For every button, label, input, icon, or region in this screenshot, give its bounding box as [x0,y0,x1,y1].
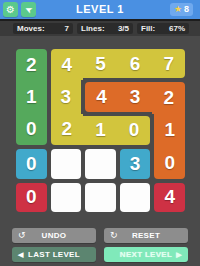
cell-r4c2[interactable] [49,147,84,180]
cell-r1c1[interactable]: 2 [14,47,49,80]
cell-r4c3[interactable] [83,147,118,180]
undo-button[interactable]: ↺ UNDO [12,228,96,243]
cell-value: 4 [85,82,118,111]
left-arrow-icon: ◀ [18,251,24,258]
lines-label: Lines: [81,24,105,33]
undo-label: UNDO [42,231,67,240]
stars-badge: ★ 8 [170,3,193,16]
last-level-label: LAST LEVEL [28,250,80,259]
cell-value: 0 [16,114,47,145]
cell-r2c1[interactable]: 1 [14,80,49,113]
cell-r1c5[interactable]: 7 [152,47,187,80]
cell-r5c4[interactable] [118,181,153,214]
lines-stat: Lines: 3/5 [77,23,133,34]
fill-label: Fill: [141,24,155,33]
fill-stat: Fill: 67% [137,23,189,34]
cell-value: 3 [120,149,151,178]
cell-value: 2 [16,49,47,80]
cell-value: 1 [154,114,185,147]
cell-value: 4 [51,49,84,80]
cell-value: 0 [118,116,151,145]
cell-value: 1 [16,80,47,113]
cell-value: 1 [83,116,118,145]
next-level-label: NEXT LEVEL [120,250,172,259]
header-bar: ⚙ ➤ LEVEL 1 ★ 8 [0,0,200,19]
cell-r3c1[interactable]: 0 [14,114,49,147]
undo-icon: ↺ [18,231,26,240]
cell-value: 3 [118,82,153,111]
cell-value: 6 [118,49,153,78]
cell-r5c2[interactable] [49,181,84,214]
cell-r4c4[interactable]: 3 [118,147,153,180]
cell-value [85,183,116,212]
reset-icon: ↻ [110,231,118,240]
star-icon: ★ [174,5,182,14]
cell-value: 5 [83,49,118,78]
cell-r2c3[interactable]: 4 [83,80,118,113]
stats-bar: Moves: 7 Lines: 3/5 Fill: 67% [0,19,200,36]
cell-r5c3[interactable] [83,181,118,214]
lines-value: 3/5 [118,24,129,33]
cell-value: 2 [51,114,84,145]
cell-value: 0 [16,183,47,212]
cell-value [51,149,82,178]
cell-value: 7 [152,49,185,78]
moves-label: Moves: [17,24,45,33]
cell-r3c2[interactable]: 2 [49,114,84,147]
cell-value [120,183,151,212]
moves-stat: Moves: 7 [13,23,73,34]
cell-value: 0 [154,147,185,178]
cell-value: 2 [152,82,185,113]
moves-value: 7 [65,24,69,33]
right-arrow-icon: ▶ [176,251,182,258]
cell-r4c1[interactable]: 0 [14,147,49,180]
cell-r2c2[interactable]: 3 [49,80,84,113]
cell-value: 4 [154,183,185,212]
cell-r1c3[interactable]: 5 [83,47,118,80]
cell-r3c3[interactable]: 1 [83,114,118,147]
board: 24567134320210103004 [14,47,187,214]
stars-count: 8 [184,5,189,14]
cell-r3c4[interactable]: 0 [118,114,153,147]
next-level-button[interactable]: NEXT LEVEL ▶ [104,247,188,262]
cell-r5c5[interactable]: 4 [152,181,187,214]
reset-label: RESET [132,231,160,240]
fill-value: 67% [169,24,185,33]
cell-value [51,183,82,212]
cell-r1c2[interactable]: 4 [49,47,84,80]
cell-value [85,149,116,178]
cell-r3c5[interactable]: 1 [152,114,187,147]
cell-r5c1[interactable]: 0 [14,181,49,214]
cell-value: 0 [16,149,47,178]
last-level-button[interactable]: ◀ LAST LEVEL [12,247,96,262]
cell-r2c5[interactable]: 2 [152,80,187,113]
cell-value: 3 [51,80,82,113]
cell-r4c5[interactable]: 0 [152,147,187,180]
reset-button[interactable]: ↻ RESET [104,228,188,243]
cell-r2c4[interactable]: 3 [118,80,153,113]
cell-r1c4[interactable]: 6 [118,47,153,80]
